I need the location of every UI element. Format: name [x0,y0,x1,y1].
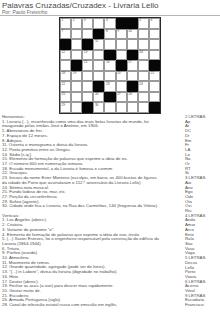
grid-cell[interactable]: 13 [82,50,93,61]
black-cell [149,60,160,71]
black-cell [127,50,138,61]
clue-number: 5 [139,19,141,23]
grid-cell[interactable]: 28 [127,92,138,103]
clue-number: 30 [95,104,98,108]
grid-cell[interactable] [116,81,127,92]
clue: 28. Canal de televisão estatal russo com… [2,303,160,308]
clue-number: 2 [73,19,75,23]
grid-cell[interactable]: 26 [93,92,104,103]
grid-cell[interactable]: 19 [71,71,82,82]
grid-cell[interactable]: 16 [104,60,115,71]
clue: 5. (...) Xavier Esteves, foi o engenheir… [2,237,160,246]
grid-cell[interactable] [71,92,82,103]
black-cell [82,39,93,50]
clue-number: 27 [117,93,120,97]
black-cell [116,60,127,71]
grid-cell[interactable] [116,50,127,61]
black-cell [127,81,138,92]
clue-number: 10 [128,30,131,34]
grid-cell[interactable] [82,71,93,82]
clue-number: 14 [139,51,142,55]
grid-cell[interactable]: 17 [127,60,138,71]
clue-number: 26 [95,93,98,97]
grid-cell[interactable] [149,81,160,92]
black-cell [127,18,138,29]
clue: 30. Cidade onde fica a Livraria, na Rua … [2,204,160,209]
grid-cell[interactable] [71,81,82,92]
clue-number: 22 [62,83,65,87]
grid-cell[interactable] [93,50,104,61]
grid-cell[interactable] [71,29,82,40]
grid-cell[interactable]: 6 [149,18,160,29]
black-cell [104,92,115,103]
clue-number: 6 [150,19,152,23]
grid-cell[interactable] [138,102,149,113]
header-divider [0,15,220,16]
black-cell [93,81,104,92]
grid-cell[interactable] [93,60,104,71]
grid-cell[interactable] [138,60,149,71]
clue-number: 4 [106,19,108,23]
clue-number: 9 [117,30,119,34]
grid-cell[interactable]: 9 [116,29,127,40]
clue-number: 21 [150,72,153,76]
grid-cell[interactable] [138,39,149,50]
grid-cell[interactable]: 3 [82,18,93,29]
clue-number: 23 [106,83,109,87]
grid-cell[interactable]: 7 [60,29,71,40]
clue-number: 17 [128,61,131,65]
grid-cell[interactable] [127,39,138,50]
clue-number: 20 [117,72,120,76]
clue-list: Horizontais:1. Livraria (...), reconheci… [2,115,160,308]
grid-cell[interactable] [93,71,104,82]
clue-number: 8 [106,30,108,34]
grid-cell[interactable]: 24 [138,81,149,92]
grid-cell[interactable] [71,102,82,113]
word-list-entry: Francisco [185,303,219,308]
grid-cell[interactable]: 27 [116,92,127,103]
grid-cell[interactable] [93,18,104,29]
crossword-page: { "game": "crossword (palavras cruzadas)… [0,0,220,320]
grid-cell[interactable] [60,60,71,71]
grid-cell[interactable] [82,92,93,103]
black-cell [116,18,127,29]
grid-cell[interactable] [138,71,149,82]
grid-cell[interactable] [104,39,115,50]
clue-number: 25 [62,93,65,97]
grid-cell[interactable]: 1 [60,18,71,29]
grid-cell[interactable]: 11 [93,39,104,50]
black-cell [93,29,104,40]
grid-cell[interactable] [127,71,138,82]
clue-number: 28 [128,93,131,97]
clue-number: 3 [84,19,86,23]
grid-cell[interactable]: 8 [104,29,115,40]
grid-cell[interactable]: 14 [138,50,149,61]
clue-number: 7 [62,30,64,34]
clue-number: 29 [62,104,65,108]
grid-cell[interactable] [116,39,127,50]
grid-cell[interactable]: 22 [60,81,71,92]
grid-cell[interactable]: 12 [60,50,71,61]
clue-number: 1 [62,19,64,23]
grid-cell[interactable] [82,81,93,92]
grid-cell[interactable]: 10 [127,29,138,40]
clue-number: 18 [62,72,65,76]
grid-cell[interactable] [82,29,93,40]
grid-cell[interactable] [149,29,160,40]
clue-number: 19 [73,72,76,76]
grid-cell[interactable]: 29 [60,102,71,113]
clue-number: 15 [84,61,87,65]
grid-cell[interactable]: 21 [149,71,160,82]
black-cell [71,60,82,71]
grid-cell[interactable]: 20 [116,71,127,82]
black-cell [104,50,115,61]
grid-cell[interactable]: 18 [60,71,71,82]
clue-number: 12 [62,51,65,55]
grid-cell[interactable] [149,39,160,50]
grid-cell[interactable]: 15 [82,60,93,71]
grid-cell[interactable]: 2 [71,18,82,29]
black-cell [149,102,160,113]
clue-number: 13 [84,51,87,55]
grid-cell[interactable]: 23 [104,81,115,92]
grid-cell[interactable] [104,102,115,113]
grid-cell[interactable] [127,102,138,113]
black-cell [82,102,93,113]
grid-cell[interactable] [149,50,160,61]
grid-cell[interactable]: 4 [104,18,115,29]
grid-cell[interactable]: 25 [60,92,71,103]
clue-number: 24 [139,83,142,87]
grid-cell[interactable]: 30 [93,102,104,113]
grid-cell[interactable] [138,92,149,103]
crossword-grid: 1234567891011121314151617181920212223242… [59,17,161,114]
grid-cell[interactable] [71,50,82,61]
grid-cell[interactable] [149,92,160,103]
word-list: 2 LETRASApArDCDrEmFrLALoNaOrRTSi3 LETRAS… [185,115,219,308]
black-cell [60,39,71,50]
clue-number: 11 [95,40,98,44]
grid-cell[interactable] [116,102,127,113]
grid-cell[interactable] [104,71,115,82]
grid-cell[interactable] [138,29,149,40]
clue-number: 16 [106,61,109,65]
grid-cell[interactable] [71,39,82,50]
grid-cell[interactable]: 5 [138,18,149,29]
